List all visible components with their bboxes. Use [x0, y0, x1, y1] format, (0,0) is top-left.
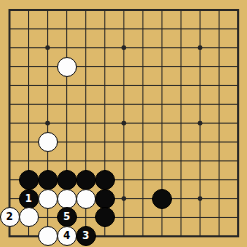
stone-white — [38, 226, 58, 246]
stone-black — [95, 189, 115, 209]
stone-white — [19, 207, 39, 227]
stone-white — [76, 189, 96, 209]
stone-black-move-3: 3 — [76, 226, 96, 246]
stone-white — [38, 189, 58, 209]
stone-white — [38, 132, 58, 152]
stone-black — [38, 170, 58, 190]
stone-black — [95, 170, 115, 190]
stone-black — [76, 170, 96, 190]
stone-black — [152, 189, 172, 209]
stone-white-move-2: 2 — [0, 207, 20, 227]
stone-black — [95, 207, 115, 227]
stone-black-move-5: 5 — [57, 207, 77, 227]
move-number: 4 — [63, 231, 70, 241]
move-number: 5 — [63, 212, 70, 222]
go-board[interactable]: 12543 — [0, 0, 247, 247]
stones-layer: 12543 — [0, 0, 247, 247]
stone-white — [57, 57, 77, 77]
stone-black-move-1: 1 — [19, 189, 39, 209]
move-number: 3 — [82, 231, 89, 241]
stone-black — [19, 170, 39, 190]
move-number: 1 — [25, 194, 32, 204]
stone-white-move-4: 4 — [57, 226, 77, 246]
stone-black — [57, 170, 77, 190]
stone-white — [57, 189, 77, 209]
move-number: 2 — [6, 212, 13, 222]
